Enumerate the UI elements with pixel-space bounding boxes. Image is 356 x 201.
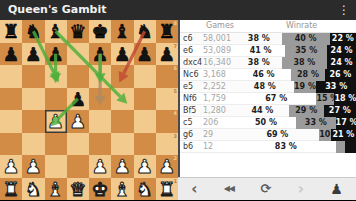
square-f3[interactable] xyxy=(111,133,133,156)
square-f5[interactable] xyxy=(111,88,133,111)
square-e8[interactable]: ♚ xyxy=(89,20,111,43)
square-g6[interactable] xyxy=(134,65,156,88)
black-piece-f7: ♟ xyxy=(111,43,133,66)
winrate-segment-black: 24 % xyxy=(327,57,356,69)
square-a1[interactable]: ♜ xyxy=(0,178,22,201)
square-b3[interactable] xyxy=(22,133,44,156)
square-e4[interactable] xyxy=(89,110,111,133)
square-h3[interactable]: 3 xyxy=(156,133,178,156)
white-piece-f1: ♝ xyxy=(111,178,133,201)
square-a4[interactable] xyxy=(0,110,22,133)
white-piece-d1: ♛ xyxy=(67,178,89,201)
refresh-button[interactable]: ⟳ xyxy=(260,178,271,200)
overflow-menu-icon[interactable]: ⋮ xyxy=(338,0,350,20)
square-h5[interactable]: 5 xyxy=(156,88,178,111)
square-g4[interactable] xyxy=(134,110,156,133)
winrate-bar: 41 %35 %24 % xyxy=(236,45,356,57)
winrate-bar: 46 %28 %26 % xyxy=(236,69,356,81)
square-c2[interactable] xyxy=(45,155,67,178)
square-e3[interactable] xyxy=(89,133,111,156)
winrate-bar: 50 %33 %17 % xyxy=(236,117,356,129)
square-c5[interactable] xyxy=(45,88,67,111)
move-row-b6[interactable]: b61283 % xyxy=(180,141,356,153)
square-g1[interactable]: ♞ xyxy=(134,178,156,201)
winrate-segment-white: 67 % xyxy=(236,93,316,105)
rank-label-5: 5 xyxy=(174,88,177,94)
winrate-segment-white: 83 % xyxy=(236,141,336,153)
rank-label-1: 1 xyxy=(174,178,177,184)
square-a8[interactable]: ♜ xyxy=(0,20,22,43)
move-row-e6[interactable]: e653,08941 %35 %24 % xyxy=(180,45,356,57)
move-row-dxc4[interactable]: dxc416,34038 %38 %24 % xyxy=(180,57,356,69)
square-e1[interactable]: ♚ xyxy=(89,178,111,201)
square-h2[interactable]: ♟2 xyxy=(156,155,178,178)
winrate-bar: 48 %19 %33 % xyxy=(236,81,356,93)
square-h7[interactable]: ♟7 xyxy=(156,43,178,66)
square-b5[interactable] xyxy=(22,88,44,111)
winrate-segment-white: 41 % xyxy=(236,45,285,57)
winrate-bar: 67 %15 %18 % xyxy=(236,93,356,105)
white-piece-a2: ♟ xyxy=(0,155,22,178)
square-f4[interactable] xyxy=(111,110,133,133)
white-piece-c1: ♝ xyxy=(45,178,67,201)
winrate-segment-black: 26 % xyxy=(325,69,356,81)
winrate-segment-draw: 10 xyxy=(319,129,331,141)
winrate-segment-black xyxy=(345,141,356,153)
rank-label-2: 2 xyxy=(174,155,177,161)
page-title: Queen's Gambit xyxy=(8,0,107,20)
move-label: e6 xyxy=(183,45,193,57)
square-g2[interactable]: ♟ xyxy=(134,155,156,178)
black-piece-f8: ♝ xyxy=(111,20,133,43)
white-piece-e2: ♟ xyxy=(89,155,111,178)
black-piece-e7: ♟ xyxy=(89,43,111,66)
winrate-column-header: Winrate xyxy=(286,21,317,30)
white-piece-e1: ♚ xyxy=(89,178,111,201)
winrate-bar: 38 %38 %24 % xyxy=(236,57,356,69)
black-piece-d5: ♟ xyxy=(67,88,89,111)
winrate-bar: 38 %40 %22 % xyxy=(236,33,356,45)
white-piece-g2: ♟ xyxy=(134,155,156,178)
square-g8[interactable]: ♞ xyxy=(134,20,156,43)
winrate-segment-draw xyxy=(336,141,346,153)
square-a7[interactable]: ♟ xyxy=(0,43,22,66)
square-g5[interactable] xyxy=(134,88,156,111)
square-d8[interactable]: ♛ xyxy=(67,20,89,43)
games-count: 58,001 xyxy=(203,33,231,45)
stats-table-header: Games Winrate xyxy=(180,20,356,33)
games-count: 16,340 xyxy=(203,57,231,69)
square-g3[interactable] xyxy=(134,133,156,156)
move-row-Bf5[interactable]: Bf51,28044 %29 %27 % xyxy=(180,105,356,117)
winrate-bar: 44 %29 %27 % xyxy=(236,105,356,117)
square-f8[interactable]: ♝ xyxy=(111,20,133,43)
square-h8[interactable]: ♜8 xyxy=(156,20,178,43)
winrate-segment-black: 22 % xyxy=(330,33,356,45)
games-column-header: Games xyxy=(206,21,234,30)
square-f1[interactable]: ♝ xyxy=(111,178,133,201)
winrate-segment-draw: 38 % xyxy=(282,57,328,69)
winrate-segment-white: 69 % xyxy=(236,129,319,141)
square-c6[interactable] xyxy=(45,65,67,88)
white-piece-f2: ♟ xyxy=(111,155,133,178)
rank-label-8: 8 xyxy=(174,20,177,26)
square-a3[interactable] xyxy=(0,133,22,156)
square-d2[interactable] xyxy=(67,155,89,178)
black-piece-g7: ♟ xyxy=(134,43,156,66)
black-piece-g8: ♞ xyxy=(134,20,156,43)
square-d7[interactable] xyxy=(67,43,89,66)
square-f7[interactable]: ♟ xyxy=(111,43,133,66)
winrate-segment-white: 46 % xyxy=(236,69,291,81)
winrate-segment-draw: 35 % xyxy=(285,45,327,57)
move-label: c5 xyxy=(183,117,193,129)
square-e7[interactable]: ♟ xyxy=(89,43,111,66)
back-button[interactable]: ‹ xyxy=(191,178,197,200)
black-piece-a8: ♜ xyxy=(0,20,22,43)
rank-label-4: 4 xyxy=(174,110,177,116)
white-piece-g1: ♞ xyxy=(134,178,156,201)
winrate-segment-draw: 28 % xyxy=(291,69,325,81)
chess-board-container: ♜♞♝♛♚♝♞♜8♟♟♟♟♟♟♟76♟5♟♟43♟♟♟♟♟♟2♜♞♝♛♚♝♞♜1 xyxy=(0,20,178,200)
move-label: Nf6 xyxy=(183,93,197,105)
move-label: e5 xyxy=(183,81,193,93)
rank-label-3: 3 xyxy=(174,133,177,139)
square-e2[interactable]: ♟ xyxy=(89,155,111,178)
pieces-button[interactable]: ♟ xyxy=(330,178,343,200)
opening-stats-panel: Games Winrate c658,00138 %40 %22 %e653,0… xyxy=(178,20,356,200)
square-c3[interactable] xyxy=(45,133,67,156)
chess-opening-explorer-app: Queen's Gambit ⋮ ♜♞♝♛♚♝♞♜8♟♟♟♟♟♟♟76♟5♟♟4… xyxy=(0,0,356,200)
move-row-Nf6[interactable]: Nf61,75967 %15 %18 % xyxy=(180,93,356,105)
move-row-c5[interactable]: c520650 %33 %17 % xyxy=(180,117,356,129)
move-label: Nc6 xyxy=(183,69,198,81)
games-count: 29 xyxy=(203,129,213,141)
rank-label-6: 6 xyxy=(174,65,177,71)
games-count: 12 xyxy=(203,141,213,153)
white-piece-a1: ♜ xyxy=(0,178,22,201)
square-h6[interactable]: 6 xyxy=(156,65,178,88)
square-d1[interactable]: ♛ xyxy=(67,178,89,201)
square-d6[interactable] xyxy=(67,65,89,88)
square-b2[interactable]: ♟ xyxy=(22,155,44,178)
square-a6[interactable] xyxy=(0,65,22,88)
winrate-segment-white: 38 % xyxy=(236,33,282,45)
square-b6[interactable] xyxy=(22,65,44,88)
black-piece-d8: ♛ xyxy=(67,20,89,43)
games-count: 206 xyxy=(203,117,218,129)
winrate-segment-black: 24 % xyxy=(327,45,356,57)
winrate-segment-white: 48 % xyxy=(236,81,294,93)
winrate-bar: 83 % xyxy=(236,141,356,153)
square-e6[interactable] xyxy=(89,65,111,88)
square-e5[interactable] xyxy=(89,88,111,111)
stats-table-body: c658,00138 %40 %22 %e653,08941 %35 %24 %… xyxy=(180,33,356,153)
square-h4[interactable]: 4 xyxy=(156,110,178,133)
black-piece-c7: ♟ xyxy=(45,43,67,66)
rewind-button[interactable]: ◀◀ xyxy=(224,178,234,200)
title-bar: Queen's Gambit ⋮ xyxy=(0,0,356,20)
white-piece-b2: ♟ xyxy=(22,155,44,178)
winrate-segment-white: 50 % xyxy=(236,117,296,129)
winrate-segment-black: 17 % xyxy=(336,117,356,129)
move-label: g6 xyxy=(183,129,193,141)
move-label: c6 xyxy=(183,33,193,45)
move-row-c6[interactable]: c658,00138 %40 %22 % xyxy=(180,33,356,45)
black-piece-b7: ♟ xyxy=(22,43,44,66)
white-piece-b1: ♞ xyxy=(22,178,44,201)
white-piece-c4: ♟ xyxy=(45,110,67,133)
chess-board[interactable]: ♜♞♝♛♚♝♞♜8♟♟♟♟♟♟♟76♟5♟♟43♟♟♟♟♟♟2♜♞♝♛♚♝♞♜1 xyxy=(0,20,178,200)
games-count: 53,089 xyxy=(203,45,231,57)
games-count: 3,168 xyxy=(203,69,226,81)
move-row-g6[interactable]: g62969 %1021 % xyxy=(180,129,356,141)
navigation-toolbar: ‹◀◀⟳›♟ xyxy=(178,177,356,200)
square-c1[interactable]: ♝ xyxy=(45,178,67,201)
black-piece-a7: ♟ xyxy=(0,43,22,66)
winrate-segment-draw: 29 % xyxy=(289,105,324,117)
square-h1[interactable]: ♜1 xyxy=(156,178,178,201)
rank-label-7: 7 xyxy=(174,43,177,49)
square-b7[interactable]: ♟ xyxy=(22,43,44,66)
square-c8[interactable]: ♝ xyxy=(45,20,67,43)
square-g7[interactable]: ♟ xyxy=(134,43,156,66)
games-count: 1,280 xyxy=(203,105,226,117)
winrate-segment-draw: 33 % xyxy=(296,117,336,129)
winrate-segment-draw: 15 % xyxy=(316,93,334,105)
square-d5[interactable]: ♟ xyxy=(67,88,89,111)
games-count: 2,252 xyxy=(203,81,226,93)
winrate-segment-black: 27 % xyxy=(324,105,356,117)
black-piece-c8: ♝ xyxy=(45,20,67,43)
square-d3[interactable] xyxy=(67,133,89,156)
square-b8[interactable]: ♞ xyxy=(22,20,44,43)
square-b1[interactable]: ♞ xyxy=(22,178,44,201)
move-row-e5[interactable]: e52,25248 %19 %33 % xyxy=(180,81,356,93)
square-b4[interactable] xyxy=(22,110,44,133)
games-count: 1,759 xyxy=(203,93,226,105)
move-label: Bf5 xyxy=(183,105,196,117)
black-piece-b8: ♞ xyxy=(22,20,44,43)
move-label: dxc4 xyxy=(183,57,202,69)
winrate-segment-black: 33 % xyxy=(316,81,356,93)
winrate-segment-white: 38 % xyxy=(236,57,282,69)
square-a2[interactable]: ♟ xyxy=(0,155,22,178)
winrate-bar: 69 %1021 % xyxy=(236,129,356,141)
square-c7[interactable]: ♟ xyxy=(45,43,67,66)
square-c4[interactable]: ♟ xyxy=(45,110,67,133)
winrate-segment-draw: 19 % xyxy=(294,81,317,93)
square-f2[interactable]: ♟ xyxy=(111,155,133,178)
square-a5[interactable] xyxy=(0,88,22,111)
move-row-Nc6[interactable]: Nc63,16846 %28 %26 % xyxy=(180,69,356,81)
winrate-segment-black: 21 % xyxy=(331,129,356,141)
winrate-segment-white: 44 % xyxy=(236,105,289,117)
square-d4[interactable]: ♟ xyxy=(67,110,89,133)
square-f6[interactable] xyxy=(111,65,133,88)
winrate-segment-black: 18 % xyxy=(334,93,356,105)
winrate-segment-draw: 40 % xyxy=(282,33,330,45)
move-label: b6 xyxy=(183,141,193,153)
forward-button: › xyxy=(298,178,304,200)
white-piece-d4: ♟ xyxy=(67,110,89,133)
black-piece-e8: ♚ xyxy=(89,20,111,43)
